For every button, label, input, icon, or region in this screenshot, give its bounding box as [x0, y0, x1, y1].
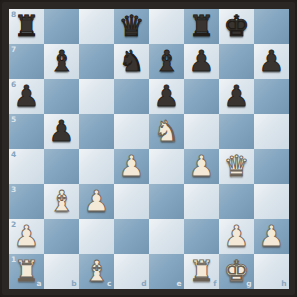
black-pawn[interactable]: ♟ — [259, 44, 285, 79]
square-h2[interactable]: ♟ — [254, 219, 289, 254]
square-f6[interactable] — [184, 79, 219, 114]
square-a1[interactable]: 1a♜ — [9, 254, 44, 289]
square-d2[interactable] — [114, 219, 149, 254]
square-d8[interactable]: ♛ — [114, 9, 149, 44]
square-a4[interactable]: 4 — [9, 149, 44, 184]
square-c5[interactable] — [79, 114, 114, 149]
white-bishop[interactable]: ♝ — [49, 184, 75, 219]
square-f7[interactable]: ♟ — [184, 44, 219, 79]
white-bishop[interactable]: ♝ — [84, 254, 110, 289]
square-f4[interactable]: ♟ — [184, 149, 219, 184]
square-g2[interactable]: ♟ — [219, 219, 254, 254]
square-d4[interactable]: ♟ — [114, 149, 149, 184]
white-king[interactable]: ♚ — [224, 254, 250, 289]
black-bishop[interactable]: ♝ — [49, 44, 75, 79]
board-frame: 8♜♛♜♚7♝♞♝♟♟6♟♟♟5♟♞4♟♟♛3♝♟2♟♟♟1a♜bc♝def♜g… — [0, 0, 297, 297]
square-e6[interactable]: ♟ — [149, 79, 184, 114]
rank-label-7: 7 — [11, 46, 16, 54]
square-b2[interactable] — [44, 219, 79, 254]
white-pawn[interactable]: ♟ — [119, 149, 145, 184]
black-bishop[interactable]: ♝ — [154, 44, 180, 79]
white-pawn[interactable]: ♟ — [259, 219, 285, 254]
white-rook[interactable]: ♜ — [14, 254, 40, 289]
square-d6[interactable] — [114, 79, 149, 114]
rank-label-3: 3 — [11, 186, 16, 194]
file-label-h: h — [281, 280, 286, 288]
square-f5[interactable] — [184, 114, 219, 149]
white-pawn[interactable]: ♟ — [84, 184, 110, 219]
rank-label-5: 5 — [11, 116, 16, 124]
white-rook[interactable]: ♜ — [189, 254, 215, 289]
square-a5[interactable]: 5 — [9, 114, 44, 149]
white-pawn[interactable]: ♟ — [189, 149, 215, 184]
square-h7[interactable]: ♟ — [254, 44, 289, 79]
black-knight[interactable]: ♞ — [119, 44, 145, 79]
black-pawn[interactable]: ♟ — [154, 79, 180, 114]
square-a2[interactable]: 2♟ — [9, 219, 44, 254]
square-e1[interactable]: e — [149, 254, 184, 289]
square-d5[interactable] — [114, 114, 149, 149]
square-e8[interactable] — [149, 9, 184, 44]
chess-board: 8♜♛♜♚7♝♞♝♟♟6♟♟♟5♟♞4♟♟♛3♝♟2♟♟♟1a♜bc♝def♜g… — [9, 9, 289, 289]
square-c2[interactable] — [79, 219, 114, 254]
square-g1[interactable]: g♚ — [219, 254, 254, 289]
square-b4[interactable] — [44, 149, 79, 184]
black-rook[interactable]: ♜ — [189, 9, 215, 44]
black-king[interactable]: ♚ — [224, 9, 250, 44]
square-b5[interactable]: ♟ — [44, 114, 79, 149]
square-g6[interactable]: ♟ — [219, 79, 254, 114]
square-c4[interactable] — [79, 149, 114, 184]
white-pawn[interactable]: ♟ — [14, 219, 40, 254]
square-c1[interactable]: c♝ — [79, 254, 114, 289]
square-e2[interactable] — [149, 219, 184, 254]
square-c8[interactable] — [79, 9, 114, 44]
square-h3[interactable] — [254, 184, 289, 219]
square-f8[interactable]: ♜ — [184, 9, 219, 44]
square-b1[interactable]: b — [44, 254, 79, 289]
square-b8[interactable] — [44, 9, 79, 44]
square-b3[interactable]: ♝ — [44, 184, 79, 219]
file-label-e: e — [176, 280, 181, 288]
square-b7[interactable]: ♝ — [44, 44, 79, 79]
file-label-d: d — [141, 280, 146, 288]
square-a8[interactable]: 8♜ — [9, 9, 44, 44]
square-e3[interactable] — [149, 184, 184, 219]
square-h1[interactable]: h — [254, 254, 289, 289]
square-e7[interactable]: ♝ — [149, 44, 184, 79]
square-g7[interactable] — [219, 44, 254, 79]
black-pawn[interactable]: ♟ — [49, 114, 75, 149]
square-b6[interactable] — [44, 79, 79, 114]
square-g4[interactable]: ♛ — [219, 149, 254, 184]
square-f2[interactable] — [184, 219, 219, 254]
black-pawn[interactable]: ♟ — [14, 79, 40, 114]
square-g5[interactable] — [219, 114, 254, 149]
white-pawn[interactable]: ♟ — [224, 219, 250, 254]
square-f1[interactable]: f♜ — [184, 254, 219, 289]
file-label-b: b — [71, 280, 76, 288]
square-g8[interactable]: ♚ — [219, 9, 254, 44]
square-c6[interactable] — [79, 79, 114, 114]
square-e5[interactable]: ♞ — [149, 114, 184, 149]
square-g3[interactable] — [219, 184, 254, 219]
square-c7[interactable] — [79, 44, 114, 79]
square-d7[interactable]: ♞ — [114, 44, 149, 79]
square-a7[interactable]: 7 — [9, 44, 44, 79]
black-pawn[interactable]: ♟ — [224, 79, 250, 114]
square-h5[interactable] — [254, 114, 289, 149]
square-f3[interactable] — [184, 184, 219, 219]
black-rook[interactable]: ♜ — [14, 9, 40, 44]
square-d1[interactable]: d — [114, 254, 149, 289]
black-pawn[interactable]: ♟ — [189, 44, 215, 79]
square-h8[interactable] — [254, 9, 289, 44]
white-queen[interactable]: ♛ — [224, 149, 250, 184]
white-knight[interactable]: ♞ — [154, 114, 180, 149]
square-h4[interactable] — [254, 149, 289, 184]
square-d3[interactable] — [114, 184, 149, 219]
square-c3[interactable]: ♟ — [79, 184, 114, 219]
square-a6[interactable]: 6♟ — [9, 79, 44, 114]
rank-label-4: 4 — [11, 151, 16, 159]
square-a3[interactable]: 3 — [9, 184, 44, 219]
square-h6[interactable] — [254, 79, 289, 114]
square-e4[interactable] — [149, 149, 184, 184]
black-queen[interactable]: ♛ — [119, 9, 145, 44]
